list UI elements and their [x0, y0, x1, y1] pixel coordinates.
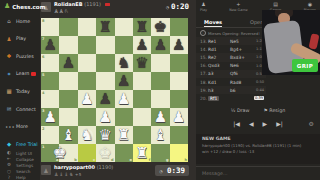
square-d5[interactable] — [96, 72, 114, 90]
square-d4[interactable]: ♟ — [96, 90, 114, 108]
move-row: 14. Rd1 Bg4+ 1:15 — [196, 45, 266, 53]
opening-name: i Mieses Opening: Reversed Rat Variation — [200, 30, 260, 36]
white-king[interactable]: ♚ — [96, 144, 114, 162]
square-a8[interactable]: 8 — [41, 18, 59, 36]
rank-label: 6 — [42, 55, 45, 59]
white-queen[interactable]: ♛ — [96, 126, 114, 144]
square-c8[interactable] — [78, 18, 96, 36]
square-e7[interactable] — [115, 36, 133, 54]
white-move[interactable]: Rf1 — [208, 96, 230, 101]
square-c3[interactable] — [78, 108, 96, 126]
square-g6[interactable] — [151, 54, 169, 72]
white-move[interactable]: Re1 — [208, 39, 230, 44]
move-number: 20. — [200, 96, 208, 101]
black-move[interactable]: Ne6 — [230, 63, 252, 68]
white-move[interactable]: Rd1 — [208, 47, 230, 52]
black-knight[interactable]: ♞ — [115, 54, 133, 72]
square-d2[interactable]: ♛ — [96, 126, 114, 144]
sidebar-item-more[interactable]: ••• More — [0, 121, 40, 133]
rank-label: 5 — [42, 73, 45, 77]
today-icon: ▦ — [5, 88, 13, 94]
square-c5[interactable] — [78, 72, 96, 90]
move-number: 15. — [200, 55, 208, 60]
square-f2[interactable] — [133, 126, 151, 144]
logo-text: Chess.com — [12, 4, 45, 10]
top-captured-pieces: ♙♙♘ — [54, 8, 69, 14]
search-icon: ○ — [5, 169, 13, 175]
white-move[interactable]: h3 — [208, 88, 230, 93]
black-rook[interactable]: ♜ — [133, 18, 151, 36]
move-number: 19. — [200, 88, 208, 93]
square-g3[interactable]: ♟ — [151, 108, 169, 126]
square-e3[interactable] — [115, 108, 133, 126]
square-b8[interactable] — [59, 18, 77, 36]
help-icon: ? — [5, 175, 13, 180]
white-move[interactable]: Qxd3 — [208, 63, 230, 68]
bottom-player-avatar[interactable]: ♟ — [41, 165, 51, 175]
move-time: 0:44 — [252, 88, 264, 92]
bottom-player-name: harrypopart00 (1190) — [54, 164, 113, 170]
square-h7[interactable]: ♟ — [170, 36, 188, 54]
white-move[interactable]: Re2 — [208, 55, 230, 60]
tab-moves[interactable]: Moves — [204, 19, 222, 27]
notification-badge — [31, 72, 36, 76]
square-e8[interactable] — [115, 18, 133, 36]
home-icon: ⌂ — [5, 18, 13, 24]
black-pawn[interactable]: ♟ — [133, 36, 151, 54]
square-e6[interactable]: ♞ — [115, 54, 133, 72]
white-bishop[interactable]: ♝ — [151, 126, 169, 144]
webcam-video: GRIP — [262, 10, 320, 75]
sidebar-item-connect[interactable]: ✉ Connect — [0, 103, 40, 115]
square-h1[interactable]: h — [170, 144, 188, 162]
move-time: 0:50 — [252, 80, 264, 84]
collapse-icon: ⇤ — [5, 156, 13, 162]
sidebar-item-play[interactable]: ♟ Play — [0, 33, 40, 45]
top-player-flag-icon — [105, 3, 110, 7]
square-f4[interactable] — [133, 90, 151, 108]
move-number: 14. — [200, 47, 208, 52]
square-b2[interactable]: ♝ — [59, 126, 77, 144]
black-pawn[interactable]: ♟ — [151, 36, 169, 54]
dragged-white-king[interactable]: ♚ — [51, 144, 69, 162]
square-g2[interactable]: ♝ — [151, 126, 169, 144]
rank-label: 4 — [42, 91, 45, 95]
games-list-icon: ▤ — [273, 2, 278, 7]
white-bishop[interactable]: ♝ — [59, 126, 77, 144]
square-a4[interactable]: 4 — [41, 90, 59, 108]
sidebar-util-collapse[interactable]: ⇤ Collapse — [0, 156, 40, 162]
square-d3[interactable]: ♟ — [96, 108, 114, 126]
file-label: h — [184, 158, 187, 162]
white-pawn[interactable]: ♟ — [151, 108, 169, 126]
square-g7[interactable]: ♟ — [151, 36, 169, 54]
file-label: c — [93, 158, 95, 162]
file-label: g — [166, 158, 169, 162]
square-d8[interactable]: ♜ — [96, 18, 114, 36]
move-row: 13. Re1 Ne5 1:24 — [196, 37, 266, 45]
rank-label: 1 — [42, 145, 45, 149]
white-pawn[interactable]: ♟ — [96, 108, 114, 126]
chess-com-app: ♟ Chess.com ⌂ Home ♟ Play ❖ Puzzles ✦ Le… — [0, 0, 320, 180]
connect-icon: ✉ — [5, 106, 13, 112]
nav-first-icon[interactable]: |◀ — [233, 120, 240, 128]
nav-prev-icon[interactable]: ◀ — [249, 120, 254, 128]
white-move[interactable]: a3 — [208, 71, 230, 76]
black-pawn[interactable]: ♟ — [41, 36, 59, 54]
chat-message-input[interactable]: Message... — [202, 171, 320, 176]
white-pawn[interactable]: ♟ — [41, 108, 59, 126]
move-row: 19. h3 b6 0:44 — [196, 86, 266, 94]
move-row: 16. Qxd3 Ne6 1:01 — [196, 62, 266, 70]
move-number: 17. — [200, 71, 208, 76]
new-game-icon: + — [236, 2, 240, 7]
new-game-title: NEW GAME — [202, 136, 314, 141]
white-pawn[interactable]: ♟ — [115, 90, 133, 108]
file-label: b — [74, 158, 77, 162]
players-icon: ◉ — [308, 2, 312, 7]
grip-button[interactable]: GRIP — [292, 59, 318, 72]
square-f5[interactable] — [133, 72, 151, 90]
black-rook[interactable]: ♜ — [96, 18, 114, 36]
square-h4[interactable] — [170, 90, 188, 108]
square-f6[interactable]: ♛ — [133, 54, 151, 72]
square-h3[interactable]: ♟ — [170, 108, 188, 126]
black-pawn[interactable]: ♟ — [96, 90, 114, 108]
square-g1[interactable]: g — [151, 144, 169, 162]
panel-header-play[interactable]: ♟ Play — [200, 2, 207, 12]
sidebar-item-today[interactable]: ▦ Today — [0, 85, 40, 97]
sidebar-util-lightui[interactable]: ◐ Light UI — [0, 150, 40, 156]
white-move[interactable]: Kd1 — [208, 80, 230, 85]
square-d7[interactable] — [96, 36, 114, 54]
square-g4[interactable] — [151, 90, 169, 108]
info-icon: i — [200, 30, 206, 36]
top-player-name: RolidanEB (1191) — [54, 1, 110, 7]
square-b5[interactable] — [59, 72, 77, 90]
board-play-icon: ♟ — [201, 2, 205, 7]
square-f7[interactable]: ♟ — [133, 36, 151, 54]
square-e4[interactable]: ♟ — [115, 90, 133, 108]
square-f1[interactable]: f♜ — [133, 144, 151, 162]
file-label: e — [129, 158, 131, 162]
move-row: 20. Rf1 0:39 — [196, 94, 266, 102]
new-game-pairing: harrypopart00 (1190) vs. RolidanEB (1191… — [202, 143, 314, 148]
white-rook[interactable]: ♜ — [115, 126, 133, 144]
nav-next-icon[interactable]: ▶ — [263, 120, 268, 128]
more-icon: ••• — [5, 124, 13, 130]
clock-icon: ◔ — [159, 168, 162, 174]
black-move[interactable]: Bxd3+ — [230, 55, 252, 60]
top-player-rating: (1191) — [84, 1, 101, 7]
rank-label: 8 — [42, 19, 45, 23]
white-pawn[interactable]: ♟ — [78, 90, 96, 108]
square-a7[interactable]: 7♟ — [41, 36, 59, 54]
nav-last-icon[interactable]: ▶| — [276, 120, 283, 128]
sidebar: ♟ Chess.com ⌂ Home ♟ Play ❖ Puzzles ✦ Le… — [0, 0, 40, 180]
move-row: 15. Re2 Bxd3+ 1:08 — [196, 53, 266, 61]
square-h6[interactable] — [170, 54, 188, 72]
square-f8[interactable]: ♜ — [133, 18, 151, 36]
white-pawn[interactable]: ♟ — [170, 108, 188, 126]
square-e1[interactable]: e — [115, 144, 133, 162]
square-c2[interactable]: ♞ — [78, 126, 96, 144]
square-c4[interactable]: ♟ — [78, 90, 96, 108]
square-b4[interactable] — [59, 90, 77, 108]
rank-label: 2 — [42, 127, 45, 131]
draw-resign-row: ½ Draw ⚑ Resign — [196, 108, 320, 113]
square-b6[interactable]: ♟ — [59, 54, 77, 72]
square-h2[interactable] — [170, 126, 188, 144]
black-pawn[interactable]: ♟ — [170, 36, 188, 54]
move-row: 18. Kd1 Rad8 0:50 — [196, 78, 266, 86]
top-player-clock: ◔ 0:20 — [166, 2, 189, 11]
square-a3[interactable]: 3♟ — [41, 108, 59, 126]
bottom-player-clock: ◔ 0:39 — [155, 165, 189, 176]
sidebar-item-home[interactable]: ⌂ Home — [0, 15, 40, 27]
puzzles-icon: ❖ — [5, 53, 13, 59]
bottom-player-rating: (1190) — [97, 164, 114, 170]
move-number: 18. — [200, 80, 208, 85]
black-pawn[interactable]: ♟ — [115, 72, 133, 90]
sidebar-item-learn[interactable]: ✦ Learn — [0, 68, 40, 80]
top-player-bar: ♟ RolidanEB (1191) ♙♙♘ ◔ 0:20 — [41, 0, 189, 16]
square-g8[interactable]: ♚ — [151, 18, 169, 36]
square-e2[interactable]: ♜ — [115, 126, 133, 144]
square-b3[interactable] — [59, 108, 77, 126]
sidebar-item-puzzles[interactable]: ❖ Puzzles — [0, 50, 40, 62]
bottom-captured-pieces: ♟♝♝♞+5 — [54, 171, 82, 177]
sidebar-util-search[interactable]: ○ Search — [0, 169, 40, 175]
chess-board[interactable]: 8♜♜♚7♟♟♟♟6♟♞♛5♟4♟♟♟3♟♟♟♟2♝♞♛♜♝1abcd♚ef♜g… — [41, 18, 188, 162]
move-time: 0:39 — [252, 96, 264, 100]
black-queen[interactable]: ♛ — [133, 54, 151, 72]
square-h5[interactable] — [170, 72, 188, 90]
gear-icon: ⚙ — [5, 162, 13, 168]
sidebar-util-settings[interactable]: ⚙ Settings — [0, 162, 40, 168]
play-icon: ♟ — [5, 36, 13, 42]
chess-com-logo[interactable]: ♟ Chess.com — [0, 0, 40, 10]
sidebar-item-trial[interactable]: ◆ Free Trial — [0, 138, 40, 150]
square-c6[interactable] — [78, 54, 96, 72]
square-d6[interactable] — [96, 54, 114, 72]
square-a2[interactable]: 2 — [41, 126, 59, 144]
square-h8[interactable] — [170, 18, 188, 36]
sidebar-util-help[interactable]: ? Help — [0, 175, 40, 180]
square-g5[interactable] — [151, 72, 169, 90]
draw-button[interactable]: ½ Draw — [231, 108, 250, 113]
panel-header-new-game[interactable]: + New Game — [229, 2, 248, 12]
move-list: 13. Re1 Ne5 1:2414. Rd1 Bg4+ 1:1515. Re2… — [196, 37, 266, 103]
square-d1[interactable]: d♚ — [96, 144, 114, 162]
square-a6[interactable]: 6 — [41, 54, 59, 72]
learn-icon: ✦ — [5, 71, 13, 77]
black-move[interactable]: Bg4+ — [230, 47, 252, 52]
logo-pawn-icon: ♟ — [4, 3, 10, 10]
square-c1[interactable]: c — [78, 144, 96, 162]
black-move[interactable]: Rad8 — [230, 80, 252, 85]
black-move[interactable]: Qf6 — [230, 71, 252, 76]
move-number: 16. — [200, 63, 208, 68]
new-game-rating-change: win +12 / draw 0 / loss -13 — [202, 149, 314, 154]
square-c7[interactable] — [78, 36, 96, 54]
square-f3[interactable] — [133, 108, 151, 126]
red-headphones — [309, 33, 320, 49]
panel-gear-icon[interactable]: ⚙ — [309, 120, 314, 127]
square-b7[interactable] — [59, 36, 77, 54]
square-e5[interactable]: ♟ — [115, 72, 133, 90]
square-a5[interactable]: 5 — [41, 72, 59, 90]
white-rook[interactable]: ♜ — [133, 144, 151, 162]
diamond-icon: ◆ — [5, 141, 13, 147]
clock-icon: ◔ — [166, 4, 169, 10]
light-ui-icon: ◐ — [5, 150, 13, 156]
chat-row: Message... — [196, 166, 320, 176]
resign-button[interactable]: ⚑ Resign — [263, 108, 285, 113]
move-row: 17. a3 Qf6 0:55 — [196, 70, 266, 78]
move-number: 13. — [200, 39, 208, 44]
white-knight[interactable]: ♞ — [78, 126, 96, 144]
move-nav-controls: |◀◀▶▶| — [196, 120, 320, 128]
black-king[interactable]: ♚ — [151, 18, 169, 36]
bottom-player-bar: ♟ harrypopart00 (1190) ♟♝♝♞+5 ◔ 0:39 — [41, 163, 189, 179]
material-score: +5 — [75, 172, 82, 177]
new-game-card: NEW GAME harrypopart00 (1190) vs. Rolida… — [196, 134, 320, 164]
black-pawn[interactable]: ♟ — [59, 54, 77, 72]
black-move[interactable]: b6 — [230, 88, 252, 93]
black-move[interactable]: Ne5 — [230, 39, 252, 44]
